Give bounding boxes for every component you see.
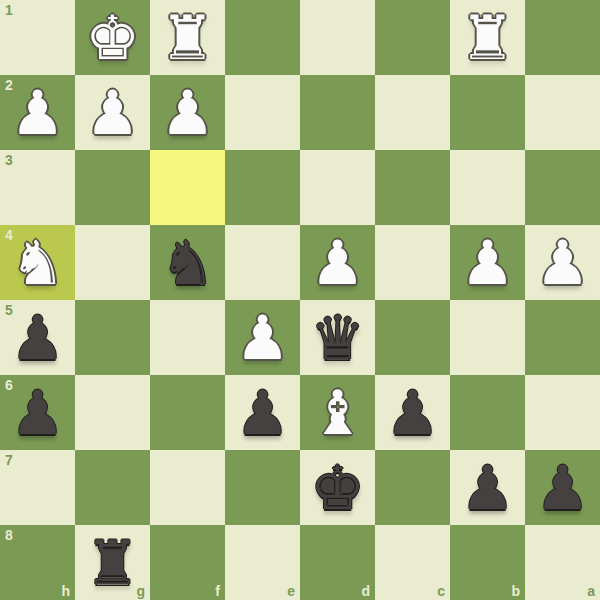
piece-black-rook-g8[interactable]: ♜ xyxy=(75,525,150,600)
square-e4[interactable] xyxy=(225,225,300,300)
piece-white-rook-f1[interactable]: ♜ xyxy=(150,0,225,75)
piece-white-pawn-g2[interactable]: ♟ xyxy=(75,75,150,150)
piece-black-king-d7[interactable]: ♚ xyxy=(300,450,375,525)
square-d5[interactable]: ♛ xyxy=(300,300,375,375)
square-d7[interactable]: ♚ xyxy=(300,450,375,525)
square-a2[interactable] xyxy=(525,75,600,150)
piece-black-pawn-c6[interactable]: ♟ xyxy=(375,375,450,450)
square-a6[interactable] xyxy=(525,375,600,450)
square-a4[interactable]: ♟ xyxy=(525,225,600,300)
square-d8[interactable]: d xyxy=(300,525,375,600)
square-a8[interactable]: a xyxy=(525,525,600,600)
rank-label-7: 7 xyxy=(5,452,13,468)
square-g1[interactable]: ♚ xyxy=(75,0,150,75)
piece-black-pawn-e6[interactable]: ♟ xyxy=(225,375,300,450)
square-f4[interactable]: ♞ xyxy=(150,225,225,300)
square-g6[interactable] xyxy=(75,375,150,450)
square-f3[interactable] xyxy=(150,150,225,225)
square-d6[interactable]: ♝ xyxy=(300,375,375,450)
square-e7[interactable] xyxy=(225,450,300,525)
piece-white-pawn-b4[interactable]: ♟ xyxy=(450,225,525,300)
square-c5[interactable] xyxy=(375,300,450,375)
square-b1[interactable]: ♜ xyxy=(450,0,525,75)
piece-black-pawn-h5[interactable]: ♟ xyxy=(0,300,75,375)
piece-white-knight-h4[interactable]: ♞ xyxy=(0,225,75,300)
square-f8[interactable]: f xyxy=(150,525,225,600)
square-b7[interactable]: ♟ xyxy=(450,450,525,525)
square-b2[interactable] xyxy=(450,75,525,150)
piece-white-pawn-f2[interactable]: ♟ xyxy=(150,75,225,150)
square-a1[interactable] xyxy=(525,0,600,75)
file-label-b: b xyxy=(511,583,520,599)
square-h2[interactable]: 2♟ xyxy=(0,75,75,150)
square-e5[interactable]: ♟ xyxy=(225,300,300,375)
square-e3[interactable] xyxy=(225,150,300,225)
square-h5[interactable]: 5♟ xyxy=(0,300,75,375)
square-b8[interactable]: b xyxy=(450,525,525,600)
square-b6[interactable] xyxy=(450,375,525,450)
square-f6[interactable] xyxy=(150,375,225,450)
file-label-d: d xyxy=(361,583,370,599)
square-h1[interactable]: 1 xyxy=(0,0,75,75)
file-label-e: e xyxy=(287,583,295,599)
square-g8[interactable]: g♜ xyxy=(75,525,150,600)
file-label-f: f xyxy=(215,583,220,599)
piece-white-pawn-e5[interactable]: ♟ xyxy=(225,300,300,375)
square-g3[interactable] xyxy=(75,150,150,225)
square-b3[interactable] xyxy=(450,150,525,225)
square-d3[interactable] xyxy=(300,150,375,225)
square-e8[interactable]: e xyxy=(225,525,300,600)
piece-black-pawn-h6[interactable]: ♟ xyxy=(0,375,75,450)
square-h7[interactable]: 7 xyxy=(0,450,75,525)
square-c7[interactable] xyxy=(375,450,450,525)
square-d4[interactable]: ♟ xyxy=(300,225,375,300)
piece-white-pawn-h2[interactable]: ♟ xyxy=(0,75,75,150)
square-h8[interactable]: 8h xyxy=(0,525,75,600)
square-b5[interactable] xyxy=(450,300,525,375)
square-e6[interactable]: ♟ xyxy=(225,375,300,450)
file-label-h: h xyxy=(61,583,70,599)
square-f5[interactable] xyxy=(150,300,225,375)
file-label-a: a xyxy=(587,583,595,599)
square-g5[interactable] xyxy=(75,300,150,375)
chess-board: 1♚♜♜2♟♟♟34♞♞♟♟♟5♟♟♛6♟♟♝♟7♚♟♟8hg♜fedcba xyxy=(0,0,600,600)
piece-black-knight-f4[interactable]: ♞ xyxy=(150,225,225,300)
square-h6[interactable]: 6♟ xyxy=(0,375,75,450)
square-f1[interactable]: ♜ xyxy=(150,0,225,75)
piece-black-queen-d5[interactable]: ♛ xyxy=(300,300,375,375)
square-c8[interactable]: c xyxy=(375,525,450,600)
rank-label-8: 8 xyxy=(5,527,13,543)
piece-white-pawn-d4[interactable]: ♟ xyxy=(300,225,375,300)
piece-black-pawn-b7[interactable]: ♟ xyxy=(450,450,525,525)
square-e1[interactable] xyxy=(225,0,300,75)
square-c1[interactable] xyxy=(375,0,450,75)
square-g4[interactable] xyxy=(75,225,150,300)
square-b4[interactable]: ♟ xyxy=(450,225,525,300)
square-a5[interactable] xyxy=(525,300,600,375)
piece-black-pawn-a7[interactable]: ♟ xyxy=(525,450,600,525)
piece-white-king-g1[interactable]: ♚ xyxy=(75,0,150,75)
square-c2[interactable] xyxy=(375,75,450,150)
square-c3[interactable] xyxy=(375,150,450,225)
piece-white-rook-b1[interactable]: ♜ xyxy=(450,0,525,75)
square-g2[interactable]: ♟ xyxy=(75,75,150,150)
square-f2[interactable]: ♟ xyxy=(150,75,225,150)
piece-white-bishop-d6[interactable]: ♝ xyxy=(300,375,375,450)
square-c6[interactable]: ♟ xyxy=(375,375,450,450)
rank-label-1: 1 xyxy=(5,2,13,18)
square-d2[interactable] xyxy=(300,75,375,150)
rank-label-3: 3 xyxy=(5,152,13,168)
square-f7[interactable] xyxy=(150,450,225,525)
square-c4[interactable] xyxy=(375,225,450,300)
piece-white-pawn-a4[interactable]: ♟ xyxy=(525,225,600,300)
file-label-c: c xyxy=(437,583,445,599)
square-d1[interactable] xyxy=(300,0,375,75)
square-g7[interactable] xyxy=(75,450,150,525)
square-a3[interactable] xyxy=(525,150,600,225)
square-e2[interactable] xyxy=(225,75,300,150)
square-a7[interactable]: ♟ xyxy=(525,450,600,525)
square-h3[interactable]: 3 xyxy=(0,150,75,225)
square-h4[interactable]: 4♞ xyxy=(0,225,75,300)
